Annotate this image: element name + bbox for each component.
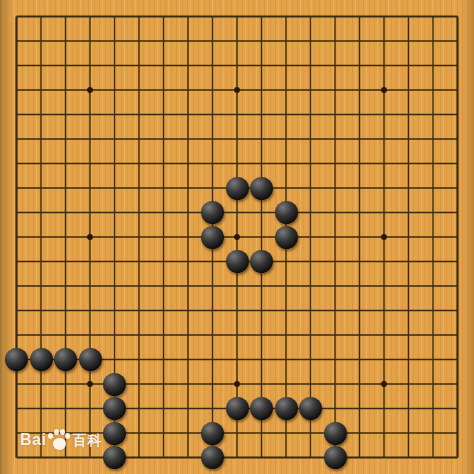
black-stone[interactable] (201, 226, 224, 249)
black-stone[interactable] (226, 397, 249, 420)
black-stone[interactable] (275, 226, 298, 249)
black-stone[interactable] (103, 422, 126, 445)
black-stone[interactable] (250, 250, 273, 273)
black-stone[interactable] (79, 348, 102, 371)
black-stone[interactable] (103, 397, 126, 420)
black-stone[interactable] (54, 348, 77, 371)
black-stone[interactable] (103, 373, 126, 396)
black-stone[interactable] (250, 177, 273, 200)
black-stone[interactable] (5, 348, 28, 371)
black-stone[interactable] (275, 397, 298, 420)
black-stone[interactable] (250, 397, 273, 420)
baidu-baike-watermark: Bai 百科 (20, 428, 102, 452)
black-stone[interactable] (226, 177, 249, 200)
black-stone[interactable] (299, 397, 322, 420)
black-stone[interactable] (103, 446, 126, 469)
watermark-text-baike: 百科 (72, 428, 102, 452)
black-stone[interactable] (226, 250, 249, 273)
watermark-text-bai: Bai (20, 428, 46, 452)
black-stone[interactable] (201, 201, 224, 224)
black-stone[interactable] (324, 446, 347, 469)
black-stone[interactable] (30, 348, 53, 371)
go-board-diagram: Bai 百科 (0, 0, 474, 474)
black-stone[interactable] (275, 201, 298, 224)
black-stone[interactable] (201, 446, 224, 469)
black-stone[interactable] (324, 422, 347, 445)
black-stone[interactable] (201, 422, 224, 445)
baidu-paw-icon (48, 428, 70, 452)
board-grid[interactable] (4, 4, 470, 470)
